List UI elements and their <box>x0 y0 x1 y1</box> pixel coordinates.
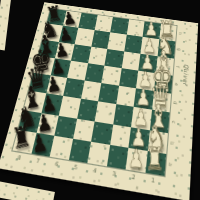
chess-board-grid: ♜♟♟♜♞♟♟♞♝♟♟♝♚♟♟♚♛♟♟♛♝♟♟♝♞♟♟♞♜♟♟♜ <box>11 8 177 178</box>
rank-label: 5 <box>65 161 86 174</box>
board-area: ♜♟♟♜♞♟♟♞♝♟♟♝♚♟♟♚♛♟♟♛♝♟♟♝♞♟♟♞♜♟♟♜ <box>12 8 176 175</box>
square-a2[interactable]: ♟ <box>126 148 148 173</box>
rank-label: 3 <box>104 167 125 180</box>
rank-label: 8 <box>9 151 30 163</box>
white-pawn: ♟ <box>138 69 153 90</box>
rank-label: 2 <box>123 170 144 183</box>
background-sliver-bottom-left <box>0 180 55 200</box>
board-edge-brand-text: Quiver <box>182 64 190 87</box>
vinyl-board-sheet: ♜♟♟♜♞♟♟♞♝♟♟♝♚♟♟♚♛♟♟♛♝♟♟♝♞♟♟♞♜♟♟♜ 8765432… <box>0 2 198 200</box>
white-pawn: ♟ <box>127 146 143 172</box>
background-sliver-top-left <box>0 0 11 50</box>
rank-label: 6 <box>46 158 67 170</box>
photo-stage: ♜♟♟♜♞♟♟♞♝♟♟♝♚♟♟♚♛♟♟♛♝♟♟♝♞♟♟♞♜♟♟♜ 8765432… <box>0 0 200 200</box>
white-pawn: ♟ <box>135 87 150 109</box>
white-pawn: ♟ <box>140 52 154 72</box>
square-b2[interactable]: ♟ <box>128 127 149 151</box>
white-pawn: ♟ <box>130 125 146 150</box>
rank-label: 4 <box>84 164 105 177</box>
rank-label: 7 <box>27 155 48 167</box>
white-pawn: ♟ <box>144 20 158 39</box>
white-pawn: ♟ <box>142 36 156 55</box>
rank-label: 1 <box>143 174 164 187</box>
white-pawn: ♟ <box>133 106 148 130</box>
